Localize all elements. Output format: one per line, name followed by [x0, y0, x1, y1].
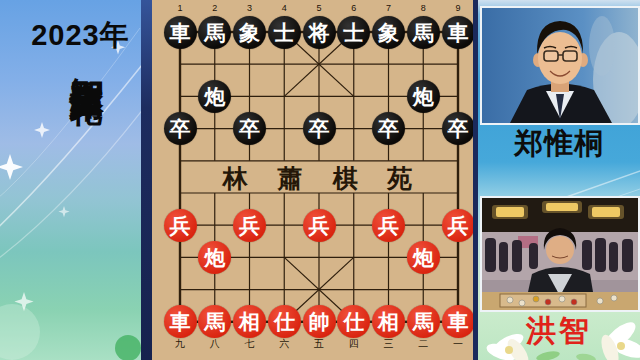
xiangqi-piece-black[interactable]: 馬	[407, 16, 440, 49]
xiangqi-piece-black[interactable]: 士	[268, 16, 301, 49]
xiangqi-piece-black[interactable]: 馬	[198, 16, 231, 49]
file-number-top: 4	[274, 3, 294, 13]
river-char: 棋	[328, 162, 362, 195]
xiangqi-piece-red[interactable]: 兵	[233, 209, 266, 242]
xiangqi-piece-red[interactable]: 炮	[198, 241, 231, 274]
file-number-top: 5	[309, 3, 329, 13]
xiangqi-piece-red[interactable]: 兵	[372, 209, 405, 242]
xiangqi-piece-red[interactable]: 車	[164, 305, 197, 338]
file-number-bottom: 九	[170, 339, 190, 349]
river-char: 蕭	[273, 162, 307, 195]
xiangqi-piece-black[interactable]: 卒	[303, 112, 336, 145]
xiangqi-piece-red[interactable]: 帥	[303, 305, 336, 338]
xiangqi-piece-red[interactable]: 仕	[268, 305, 301, 338]
players-panel: 郑惟桐	[478, 0, 640, 360]
xiangqi-piece-black[interactable]: 車	[442, 16, 475, 49]
venue-illustration	[482, 198, 638, 310]
xiangqi-board: 123456789 林蕭棋苑 車馬象士将士象馬車炮炮卒卒卒卒卒兵兵兵兵兵炮炮車馬…	[152, 0, 473, 360]
file-number-bottom: 三	[379, 339, 399, 349]
xiangqi-piece-red[interactable]: 炮	[407, 241, 440, 274]
xiangqi-piece-black[interactable]: 卒	[442, 112, 475, 145]
file-number-top: 3	[240, 3, 260, 13]
file-number-top: 9	[448, 3, 468, 13]
player-name-bottom: 洪智	[478, 311, 640, 352]
xiangqi-piece-black[interactable]: 卒	[164, 112, 197, 145]
event-title-panel: 2023年 智运会团体第三轮	[0, 0, 141, 360]
event-title-vertical: 智运会团体第三轮	[66, 50, 108, 356]
river-char: 苑	[383, 162, 417, 195]
xiangqi-piece-red[interactable]: 兵	[303, 209, 336, 242]
file-number-bottom: 六	[274, 339, 294, 349]
xiangqi-piece-red[interactable]: 車	[442, 305, 475, 338]
xiangqi-piece-black[interactable]: 車	[164, 16, 197, 49]
file-number-bottom: 四	[344, 339, 364, 349]
file-number-bottom: 二	[413, 339, 433, 349]
xiangqi-piece-black[interactable]: 炮	[198, 80, 231, 113]
video-frame: 2023年 智运会团体第三轮 123456789 林蕭棋苑 車馬象士将士象馬車炮…	[0, 0, 640, 360]
file-number-top: 8	[413, 3, 433, 13]
xiangqi-piece-red[interactable]: 馬	[407, 305, 440, 338]
file-number-bottom: 一	[448, 339, 468, 349]
file-number-bottom: 八	[205, 339, 225, 349]
file-number-top: 6	[344, 3, 364, 13]
xiangqi-piece-black[interactable]: 卒	[233, 112, 266, 145]
file-number-top: 7	[379, 3, 399, 13]
xiangqi-piece-black[interactable]: 士	[337, 16, 370, 49]
panel-divider-left	[141, 0, 152, 360]
player-photo-top	[480, 6, 640, 125]
portrait-illustration	[482, 8, 638, 123]
xiangqi-piece-black[interactable]: 卒	[372, 112, 405, 145]
file-number-top: 2	[205, 3, 225, 13]
river-char: 林	[218, 162, 252, 195]
xiangqi-piece-black[interactable]: 象	[372, 16, 405, 49]
xiangqi-piece-black[interactable]: 将	[303, 16, 336, 49]
xiangqi-piece-black[interactable]: 炮	[407, 80, 440, 113]
xiangqi-piece-black[interactable]: 象	[233, 16, 266, 49]
xiangqi-piece-red[interactable]: 兵	[442, 209, 475, 242]
file-number-bottom: 七	[240, 339, 260, 349]
xiangqi-piece-red[interactable]: 兵	[164, 209, 197, 242]
file-number-top: 1	[170, 3, 190, 13]
player-photo-bottom	[480, 196, 640, 312]
player-name-top: 郑惟桐	[478, 124, 640, 164]
file-number-bottom: 五	[309, 339, 329, 349]
